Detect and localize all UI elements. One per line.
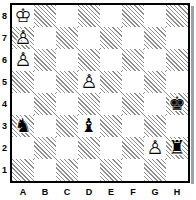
rank-label-5: 5 [0,71,9,93]
square-h1[interactable] [166,159,188,181]
white-pawn: ♙ [146,137,163,159]
file-label-g: G [144,186,166,198]
square-e6[interactable] [100,49,122,71]
square-g5[interactable] [144,71,166,93]
square-e3[interactable] [100,115,122,137]
square-e5[interactable] [100,71,122,93]
square-e7[interactable] [100,27,122,49]
square-d1[interactable] [78,159,100,181]
square-g3[interactable] [144,115,166,137]
square-b6[interactable] [34,49,56,71]
square-a3[interactable]: ♞ [12,115,34,137]
square-b5[interactable] [34,71,56,93]
square-a7[interactable]: ♙ [12,27,34,49]
square-f5[interactable] [122,71,144,93]
square-f1[interactable] [122,159,144,181]
file-label-c: C [56,186,78,198]
square-a6[interactable]: ♙ [12,49,34,71]
board-right-shadow [191,6,194,184]
square-b4[interactable] [34,93,56,115]
chess-board: ♔♙♙♙♚♞♝♙♜ [10,3,190,183]
square-b1[interactable] [34,159,56,181]
rank-label-6: 6 [0,49,9,71]
square-a8[interactable]: ♔ [12,5,34,27]
file-label-e: E [100,186,122,198]
square-d5[interactable]: ♙ [78,71,100,93]
square-a2[interactable] [12,137,34,159]
square-e4[interactable] [100,93,122,115]
square-g8[interactable] [144,5,166,27]
rank-label-8: 8 [0,5,9,27]
square-e8[interactable] [100,5,122,27]
white-pawn: ♙ [14,49,31,71]
square-c5[interactable] [56,71,78,93]
square-e2[interactable] [100,137,122,159]
rank-labels: 87654321 [0,5,9,181]
square-c1[interactable] [56,159,78,181]
square-c8[interactable] [56,5,78,27]
black-knight: ♞ [14,115,31,137]
square-h6[interactable] [166,49,188,71]
square-h4[interactable]: ♚ [166,93,188,115]
square-c3[interactable] [56,115,78,137]
square-d6[interactable] [78,49,100,71]
square-f3[interactable] [122,115,144,137]
square-h3[interactable] [166,115,188,137]
rank-label-2: 2 [0,137,9,159]
square-b3[interactable] [34,115,56,137]
rank-label-4: 4 [0,93,9,115]
square-c2[interactable] [56,137,78,159]
square-h5[interactable] [166,71,188,93]
square-h7[interactable] [166,27,188,49]
square-a5[interactable] [12,71,34,93]
square-g4[interactable] [144,93,166,115]
square-h2[interactable]: ♜ [166,137,188,159]
rank-label-1: 1 [0,159,9,181]
square-f8[interactable] [122,5,144,27]
square-g6[interactable] [144,49,166,71]
square-f6[interactable] [122,49,144,71]
black-bishop: ♝ [80,115,97,137]
square-a4[interactable] [12,93,34,115]
square-f2[interactable] [122,137,144,159]
black-rook: ♜ [168,137,185,159]
square-h8[interactable] [166,5,188,27]
square-g2[interactable]: ♙ [144,137,166,159]
square-b2[interactable] [34,137,56,159]
square-d7[interactable] [78,27,100,49]
white-king: ♔ [14,5,31,27]
square-d2[interactable] [78,137,100,159]
square-e1[interactable] [100,159,122,181]
square-c6[interactable] [56,49,78,71]
rank-label-7: 7 [0,27,9,49]
file-label-h: H [166,186,188,198]
chess-diagram: 87654321 ♔♙♙♙♚♞♝♙♜ ABCDEFGH [0,0,196,200]
black-king: ♚ [168,93,185,115]
square-c7[interactable] [56,27,78,49]
file-labels: ABCDEFGH [12,186,188,198]
white-pawn: ♙ [14,27,31,49]
file-label-f: F [122,186,144,198]
file-label-d: D [78,186,100,198]
square-c4[interactable] [56,93,78,115]
square-g7[interactable] [144,27,166,49]
square-b8[interactable] [34,5,56,27]
square-d4[interactable] [78,93,100,115]
square-g1[interactable] [144,159,166,181]
file-label-b: B [34,186,56,198]
square-b7[interactable] [34,27,56,49]
square-f4[interactable] [122,93,144,115]
square-d8[interactable] [78,5,100,27]
square-d3[interactable]: ♝ [78,115,100,137]
file-label-a: A [12,186,34,198]
square-a1[interactable] [12,159,34,181]
rank-label-3: 3 [0,115,9,137]
square-f7[interactable] [122,27,144,49]
white-pawn: ♙ [80,71,97,93]
